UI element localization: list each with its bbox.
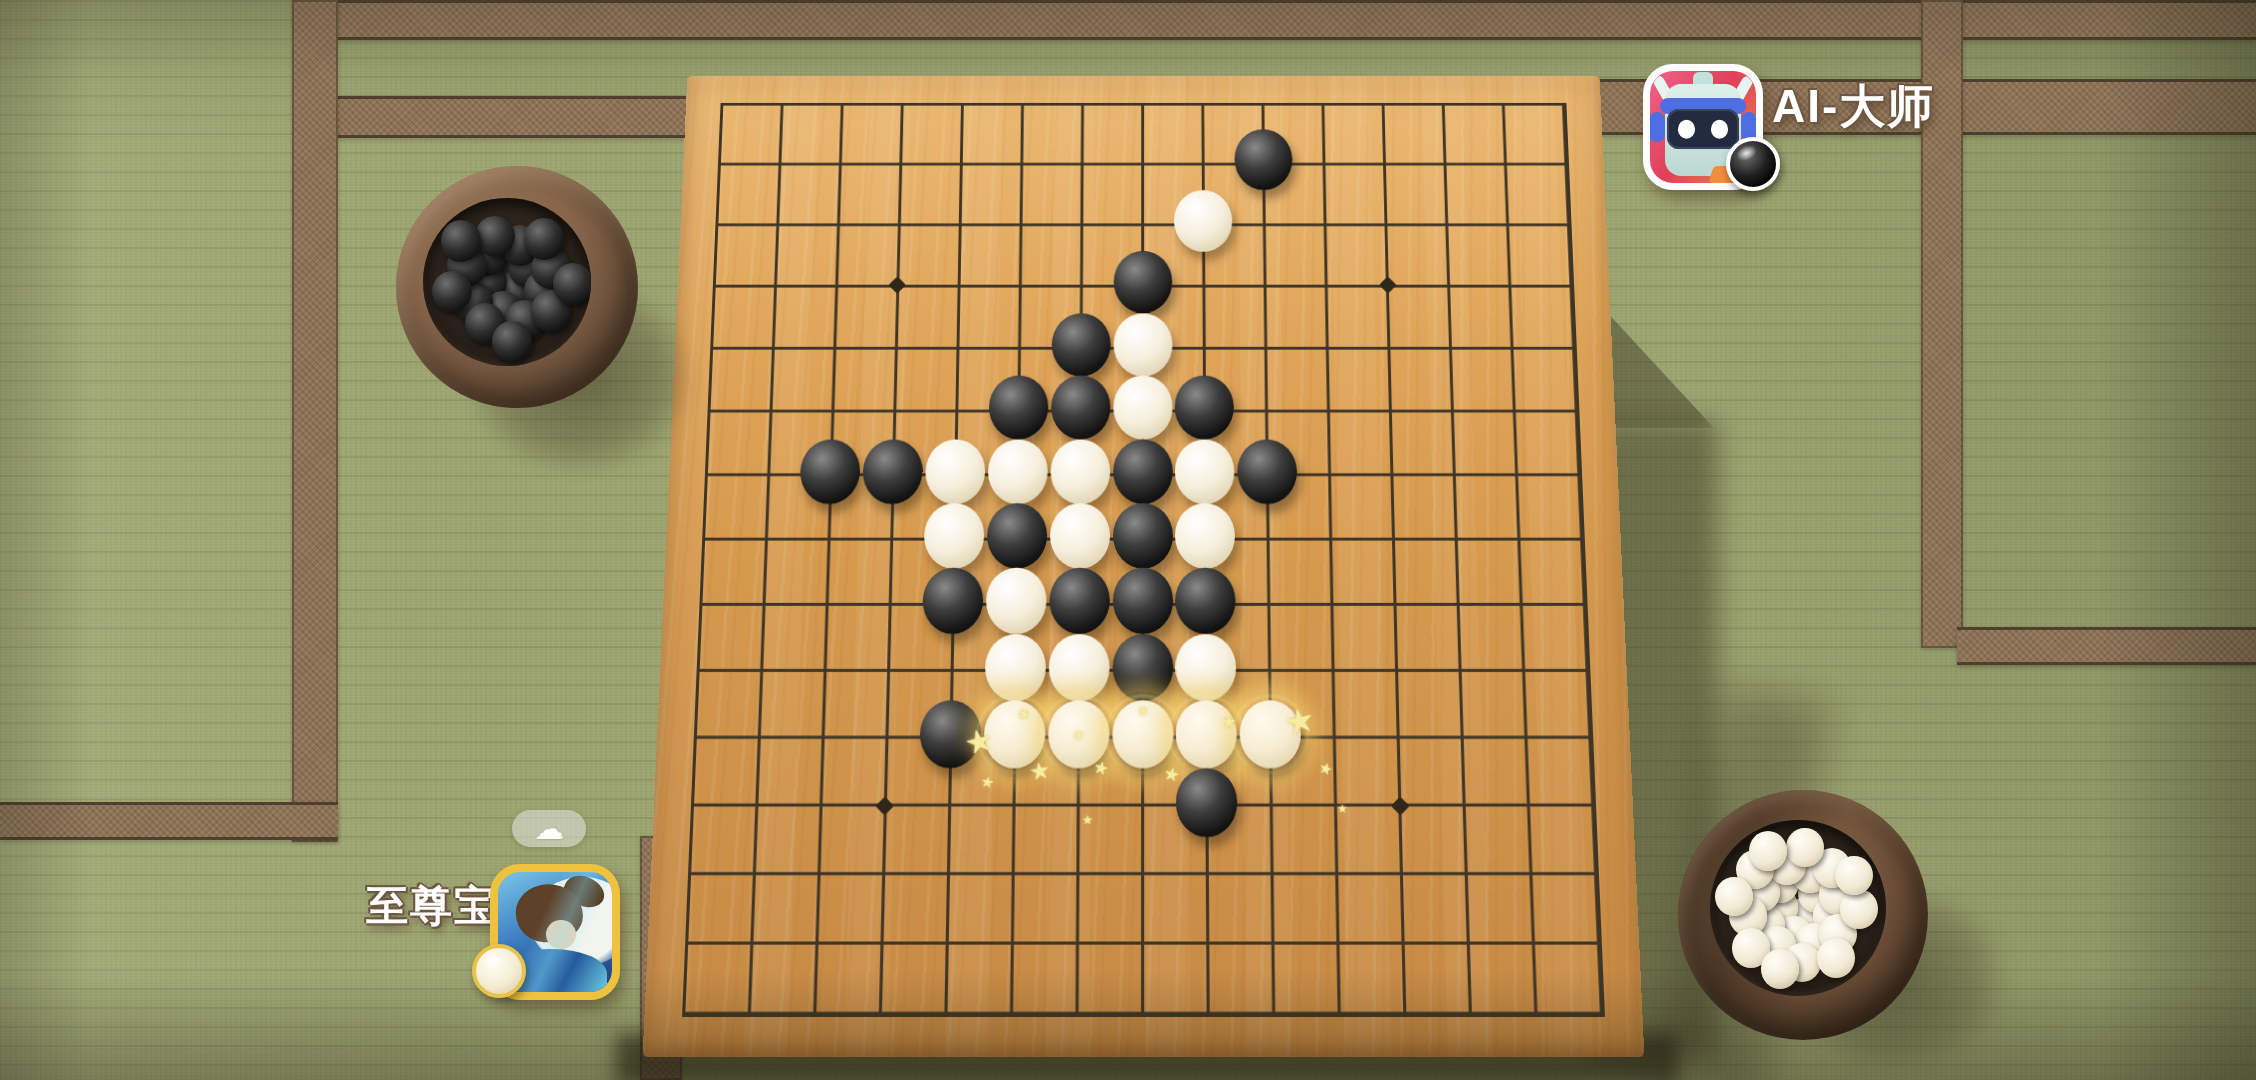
sparkle-icon: ★ — [1317, 759, 1333, 777]
black-stone: ● — [1175, 376, 1235, 440]
robot-ear — [1650, 112, 1665, 141]
white-stone: ○ — [1112, 700, 1173, 768]
white-stone: ○ — [1176, 700, 1237, 768]
player-avatar[interactable]: ○ — [490, 864, 620, 1000]
bowl-stone — [1817, 938, 1855, 978]
black-stone: ● — [988, 376, 1048, 440]
black-stone: ● — [1112, 503, 1172, 569]
white-stone: ○ — [984, 634, 1046, 701]
black-stone: ● — [1176, 768, 1238, 837]
black-stone-bowl — [396, 166, 638, 408]
sparkle-icon: ★ — [980, 774, 995, 791]
bowl-stone — [553, 263, 591, 305]
white-stone-bowl — [1678, 790, 1928, 1040]
black-stone: ● — [1049, 568, 1110, 634]
bowl-stone — [1840, 889, 1878, 929]
sparkle-icon: ★ — [1082, 814, 1092, 826]
go-board: ●○●●○●●○●●●○○○●○●○●○●○●○●●●○○●○●○○○○○●★★… — [643, 76, 1645, 1058]
white-stone: ○ — [1240, 700, 1302, 768]
player-name: 至尊宝 — [366, 878, 498, 934]
board-grid[interactable]: ●○●●○●●○●●●○○○●○●○●○●○●○●●●○○●○●○○○○○●★★… — [682, 103, 1605, 1017]
white-stone: ○ — [1050, 439, 1110, 504]
black-bowl-stones — [423, 198, 591, 366]
tatami-edge-right-horizontal — [1957, 627, 2256, 665]
robot-eye — [1678, 120, 1695, 139]
black-stone: ● — [799, 439, 861, 504]
bowl-stone — [524, 218, 564, 260]
bowl-stone — [1786, 828, 1824, 868]
white-stone: ○ — [1048, 700, 1110, 768]
white-stone: ○ — [923, 503, 984, 569]
black-stone: ● — [1113, 439, 1173, 504]
white-stone-badge: ○ — [472, 944, 526, 998]
star-point — [888, 277, 906, 294]
opponent-name: AI-大师 — [1772, 76, 1935, 138]
tatami-edge-upper-left — [320, 96, 700, 138]
white-stone: ○ — [925, 439, 986, 504]
white-bowl-stones — [1710, 820, 1886, 996]
bowl-stone — [441, 220, 481, 262]
black-stone-glyph: ● — [1730, 141, 1776, 187]
bowl-stone — [1761, 949, 1799, 989]
black-stone: ● — [1175, 568, 1236, 634]
black-stone: ● — [1113, 251, 1172, 313]
black-stone: ● — [922, 568, 984, 634]
tatami-edge-left-vertical — [292, 0, 338, 842]
white-stone: ○ — [985, 568, 1046, 634]
white-stone: ○ — [983, 700, 1045, 768]
bowl-stone — [1835, 856, 1873, 896]
bowl-stone — [475, 216, 515, 258]
white-stone-glyph: ○ — [476, 948, 522, 994]
white-stone: ○ — [1049, 503, 1109, 569]
white-stone: ○ — [1048, 634, 1109, 701]
tatami-edge-left-horizontal — [0, 802, 338, 840]
black-stone-badge: ● — [1726, 137, 1780, 191]
white-stone: ○ — [987, 439, 1047, 504]
black-stone: ● — [986, 503, 1047, 569]
black-stone: ● — [1235, 130, 1294, 191]
white-stone: ○ — [1175, 439, 1235, 504]
black-stone: ● — [1112, 634, 1173, 701]
bowl-stone — [1715, 877, 1753, 917]
cloud-icon: ☁ — [534, 814, 564, 844]
black-stone: ● — [1050, 376, 1110, 440]
robot-visor — [1667, 109, 1739, 149]
black-stone: ● — [1237, 439, 1297, 504]
robot-eye — [1711, 120, 1728, 139]
white-stone: ○ — [1174, 190, 1233, 252]
opponent-avatar[interactable]: ● — [1643, 64, 1763, 190]
chat-cloud-button[interactable]: ☁ — [512, 810, 586, 847]
black-stone: ● — [1112, 568, 1173, 634]
star-point — [875, 796, 894, 815]
game-screen: ●○●●○●●○●●●○○○●○●○●○●○●○●●●○○●○●○○○○○●★★… — [0, 0, 2256, 1080]
bowl-stone — [492, 321, 532, 363]
white-stone: ○ — [1113, 313, 1172, 376]
star-point — [1391, 796, 1410, 815]
white-stone: ○ — [1176, 634, 1237, 701]
bowl-stone — [432, 271, 472, 313]
star-point — [1379, 277, 1397, 294]
black-stone: ● — [919, 700, 981, 768]
black-stone: ● — [1051, 313, 1110, 376]
white-stone: ○ — [1113, 376, 1172, 440]
sparkle-icon: ★ — [1338, 804, 1347, 814]
tatami-edge-top — [337, 0, 2256, 40]
black-stone: ● — [862, 439, 923, 504]
white-stone: ○ — [1175, 503, 1235, 569]
